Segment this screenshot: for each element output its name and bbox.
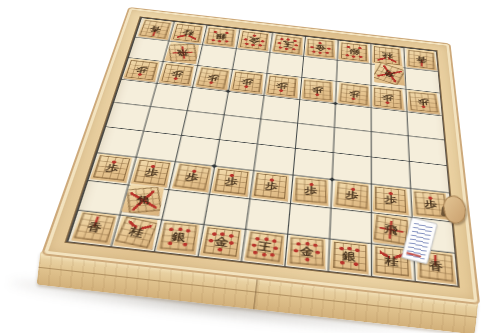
piece-face: 金 bbox=[308, 39, 334, 57]
piece-kanji: 歩 bbox=[305, 81, 331, 100]
piece-face: 桂 bbox=[173, 24, 203, 42]
piece-face: 歩 bbox=[197, 68, 229, 89]
piece-face: 金 bbox=[240, 31, 268, 50]
piece-kanji: 歩 bbox=[94, 156, 129, 180]
piece-kanji: 歩 bbox=[255, 174, 286, 198]
square-3h[interactable] bbox=[329, 207, 371, 242]
square-8h[interactable]: 角 bbox=[120, 184, 169, 219]
piece-face: 銀 bbox=[341, 42, 367, 61]
white-lance-piece[interactable]: 香 bbox=[137, 18, 173, 39]
black-silver-general-piece[interactable]: 銀 bbox=[329, 239, 368, 274]
piece-kanji: 金 bbox=[204, 228, 239, 256]
piece-face: 飛 bbox=[374, 215, 408, 245]
piece-face: 歩 bbox=[161, 64, 193, 84]
piece-face: 歩 bbox=[254, 173, 287, 199]
board-playing-surface: 香桂銀金玉金銀桂香飛角歩歩歩歩歩歩歩歩歩歩歩歩歩歩歩歩歩歩角飛香桂銀金王金銀桂香 bbox=[66, 17, 459, 287]
black-bishop-piece[interactable]: 角 bbox=[121, 184, 165, 216]
square-3g[interactable]: 歩 bbox=[330, 179, 370, 212]
piece-kanji: 金 bbox=[241, 32, 267, 49]
square-8g[interactable]: 歩 bbox=[128, 157, 175, 189]
square-7g[interactable]: 歩 bbox=[168, 161, 214, 194]
black-pawn-piece[interactable]: 歩 bbox=[172, 162, 213, 192]
square-3i[interactable]: 銀 bbox=[327, 238, 370, 276]
black-pawn-piece[interactable]: 歩 bbox=[211, 167, 251, 197]
piece-kanji: 金 bbox=[291, 238, 322, 265]
piece-face: 歩 bbox=[174, 164, 210, 191]
black-pawn-piece[interactable]: 歩 bbox=[251, 171, 290, 202]
piece-kanji: 桂 bbox=[116, 218, 156, 248]
piece-kanji: 歩 bbox=[410, 92, 438, 111]
piece-kanji: 銀 bbox=[334, 243, 365, 271]
black-pawn-piece[interactable]: 歩 bbox=[292, 176, 330, 207]
piece-kanji: 歩 bbox=[296, 179, 325, 203]
piece-kanji: 角 bbox=[373, 63, 404, 85]
piece-kanji: 銀 bbox=[208, 28, 234, 45]
white-gold-general-piece[interactable]: 金 bbox=[237, 30, 270, 52]
piece-face: 王 bbox=[247, 232, 284, 262]
white-pawn-piece[interactable]: 歩 bbox=[301, 78, 334, 102]
piece-kanji: 金 bbox=[309, 39, 333, 56]
piece-face: 歩 bbox=[232, 72, 262, 93]
piece-face: 銀 bbox=[332, 242, 365, 272]
piece-kanji: 歩 bbox=[215, 170, 247, 194]
piece-face: 金 bbox=[203, 227, 240, 257]
piece-face: 歩 bbox=[93, 155, 131, 181]
piece-kanji: 歩 bbox=[375, 88, 401, 108]
piece-face: 香 bbox=[408, 50, 434, 69]
square-4g[interactable]: 歩 bbox=[290, 174, 332, 207]
piece-face: 飛 bbox=[168, 44, 197, 62]
piece-kanji: 桂 bbox=[375, 47, 399, 65]
piece-face: 玉 bbox=[274, 35, 302, 54]
piece-kanji: 飛 bbox=[375, 216, 407, 244]
square-8i[interactable]: 桂 bbox=[111, 214, 162, 251]
square-6i[interactable]: 金 bbox=[197, 224, 245, 261]
piece-kanji: 歩 bbox=[127, 60, 157, 79]
white-knight-piece[interactable]: 桂 bbox=[170, 22, 205, 44]
black-pawn-piece[interactable]: 歩 bbox=[372, 184, 409, 215]
piece-face: 歩 bbox=[409, 92, 439, 113]
piece-kanji: 香 bbox=[141, 20, 170, 38]
square-7i[interactable]: 銀 bbox=[154, 219, 203, 256]
square-5h[interactable] bbox=[245, 198, 290, 233]
piece-face: 歩 bbox=[375, 187, 406, 214]
black-knight-piece[interactable]: 桂 bbox=[113, 216, 159, 250]
piece-face: 歩 bbox=[295, 178, 326, 203]
white-pawn-piece[interactable]: 歩 bbox=[158, 62, 195, 86]
black-gold-general-piece[interactable]: 金 bbox=[286, 235, 327, 270]
square-7h[interactable] bbox=[161, 189, 208, 224]
piece-face: 角 bbox=[126, 187, 161, 214]
black-gold-general-piece[interactable]: 金 bbox=[200, 225, 243, 260]
tilted-composition: 香桂銀金玉金銀桂香飛角歩歩歩歩歩歩歩歩歩歩歩歩歩歩歩歩歩歩角飛香桂銀金王金銀桂香 bbox=[0, 0, 500, 333]
piece-face: 歩 bbox=[268, 76, 297, 97]
piece-kanji: 歩 bbox=[176, 165, 210, 190]
piece-kanji: 歩 bbox=[340, 84, 366, 104]
piece-kanji: 王 bbox=[248, 233, 282, 261]
white-king-piece[interactable]: 玉 bbox=[272, 33, 304, 55]
black-silver-general-piece[interactable]: 銀 bbox=[156, 220, 201, 254]
piece-kanji: 歩 bbox=[376, 188, 405, 213]
white-pawn-piece[interactable]: 歩 bbox=[265, 74, 299, 98]
piece-face: 歩 bbox=[133, 160, 169, 186]
piece-face: 歩 bbox=[339, 83, 367, 104]
piece-kanji: 歩 bbox=[337, 183, 367, 208]
white-lance-piece[interactable]: 香 bbox=[406, 48, 437, 70]
piece-kanji: 歩 bbox=[233, 72, 261, 91]
piece-face: 歩 bbox=[304, 80, 331, 100]
latch-knob[interactable] bbox=[441, 194, 468, 226]
piece-face: 歩 bbox=[374, 87, 402, 108]
clasp-latch[interactable] bbox=[440, 190, 468, 230]
piece-kanji: 桂 bbox=[174, 24, 202, 41]
piece-kanji: 飛 bbox=[169, 45, 196, 61]
square-5g[interactable]: 歩 bbox=[249, 170, 292, 203]
black-king-piece[interactable]: 王 bbox=[244, 230, 286, 265]
white-gold-general-piece[interactable]: 金 bbox=[305, 37, 336, 59]
white-pawn-piece[interactable]: 歩 bbox=[337, 82, 369, 106]
black-pawn-piece[interactable]: 歩 bbox=[90, 153, 134, 183]
piece-kanji: 歩 bbox=[162, 64, 191, 83]
black-pawn-piece[interactable]: 歩 bbox=[333, 180, 370, 211]
white-pawn-piece[interactable]: 歩 bbox=[123, 58, 161, 82]
square-4h[interactable] bbox=[287, 203, 330, 238]
piece-kanji: 銀 bbox=[162, 224, 196, 251]
piece-face: 角 bbox=[372, 63, 406, 86]
piece-face: 香 bbox=[140, 20, 171, 39]
white-pawn-piece[interactable]: 歩 bbox=[230, 70, 265, 94]
black-pawn-piece[interactable]: 歩 bbox=[130, 158, 173, 188]
white-pawn-piece[interactable]: 歩 bbox=[372, 86, 404, 111]
square-4i[interactable]: 金 bbox=[284, 233, 329, 271]
piece-kanji: 歩 bbox=[198, 68, 227, 88]
piece-face: 歩 bbox=[335, 182, 367, 209]
shogi-set-photo: 香桂銀金玉金銀桂香飛角歩歩歩歩歩歩歩歩歩歩歩歩歩歩歩歩歩歩角飛香桂銀金王金銀桂香 bbox=[0, 0, 500, 333]
piece-kanji: 香 bbox=[409, 50, 433, 68]
white-bishop-piece[interactable]: 角 bbox=[374, 63, 405, 86]
piece-face: 歩 bbox=[126, 60, 158, 80]
piece-kanji: 歩 bbox=[135, 161, 169, 185]
square-6g[interactable]: 歩 bbox=[209, 165, 253, 198]
white-pawn-piece[interactable]: 歩 bbox=[195, 66, 231, 90]
white-rook-piece[interactable]: 飛 bbox=[164, 42, 200, 65]
piece-face: 香 bbox=[74, 213, 116, 243]
piece-face: 桂 bbox=[374, 46, 400, 65]
white-silver-general-piece[interactable]: 銀 bbox=[338, 41, 368, 63]
square-6h[interactable] bbox=[203, 194, 249, 229]
piece-face: 桂 bbox=[115, 217, 158, 249]
piece-kanji: 玉 bbox=[275, 35, 301, 53]
square-2g[interactable]: 歩 bbox=[371, 183, 412, 216]
white-silver-general-piece[interactable]: 銀 bbox=[204, 26, 238, 48]
piece-kanji: 歩 bbox=[269, 76, 296, 95]
piece-face: 金 bbox=[290, 238, 323, 267]
piece-kanji: 香 bbox=[75, 214, 114, 242]
board-grid: 香桂銀金玉金銀桂香飛角歩歩歩歩歩歩歩歩歩歩歩歩歩歩歩歩歩歩角飛香桂銀金王金銀桂香 bbox=[67, 18, 457, 286]
piece-face: 銀 bbox=[207, 28, 235, 46]
piece-face: 銀 bbox=[160, 223, 197, 252]
piece-kanji: 銀 bbox=[342, 43, 366, 61]
piece-kanji: 角 bbox=[127, 187, 160, 212]
piece-face: 歩 bbox=[214, 169, 248, 195]
white-pawn-piece[interactable]: 歩 bbox=[407, 90, 440, 115]
square-5i[interactable]: 王 bbox=[241, 229, 287, 266]
